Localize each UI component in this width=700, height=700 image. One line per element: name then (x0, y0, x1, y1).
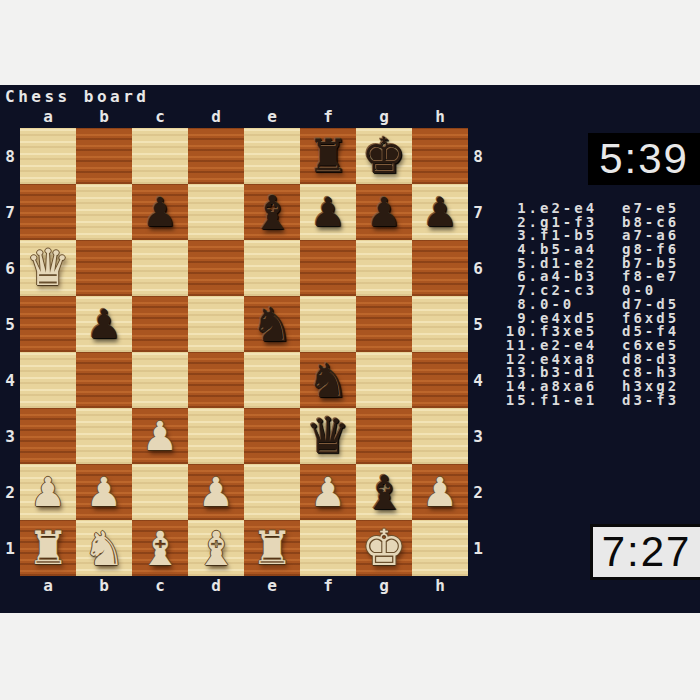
page-title: Chess board (5, 87, 149, 106)
black-queen: ♛ (306, 411, 351, 461)
square-f3[interactable]: ♛ (300, 408, 356, 464)
white-clock: 7:27 (590, 524, 700, 580)
file-label-a: a (20, 576, 76, 597)
black-bishop: ♝ (251, 189, 293, 236)
file-label-e: e (244, 107, 300, 128)
white-bishop: ♝ (195, 525, 237, 572)
square-g6[interactable] (356, 240, 412, 296)
square-f8[interactable]: ♜ (300, 128, 356, 184)
chess-board: ♜♚♟♝♟♟♟♛♟♞♞♟♛♟♟♟♟♝♟♜♞♝♝♜♚ (20, 128, 468, 576)
rank-label-5: 5 (468, 296, 488, 352)
square-d4[interactable] (188, 352, 244, 408)
square-g3[interactable] (356, 408, 412, 464)
rank-label-7: 7 (0, 184, 20, 240)
black-bishop: ♝ (363, 469, 405, 516)
rank-label-1: 1 (468, 520, 488, 576)
file-label-b: b (76, 576, 132, 597)
black-pawn: ♟ (366, 192, 402, 232)
rank-label-2: 2 (0, 464, 20, 520)
file-label-g: g (356, 576, 412, 597)
file-label-a: a (20, 107, 76, 128)
file-labels-top: abcdefgh (20, 107, 488, 128)
black-pawn: ♟ (310, 192, 346, 232)
black-move: d3-f3 (622, 394, 698, 408)
rank-label-5: 5 (0, 296, 20, 352)
white-rook: ♜ (27, 525, 68, 571)
file-label-d: d (188, 107, 244, 128)
file-label-e: e (244, 576, 300, 597)
square-d3[interactable] (188, 408, 244, 464)
square-b8[interactable] (76, 128, 132, 184)
square-a5[interactable] (20, 296, 76, 352)
square-e3[interactable] (244, 408, 300, 464)
square-c3[interactable]: ♟ (132, 408, 188, 464)
black-clock: 5:39 (588, 133, 700, 185)
rank-labels-right: 87654321 (468, 128, 488, 576)
black-pawn: ♟ (142, 192, 178, 232)
file-label-f: f (300, 576, 356, 597)
square-b1[interactable]: ♞ (76, 520, 132, 576)
square-h8[interactable] (412, 128, 468, 184)
file-labels-bottom: abcdefgh (20, 576, 488, 597)
square-a7[interactable] (20, 184, 76, 240)
square-c1[interactable]: ♝ (132, 520, 188, 576)
square-e4[interactable] (244, 352, 300, 408)
white-pawn: ♟ (30, 472, 66, 512)
white-bishop: ♝ (139, 525, 181, 572)
chess-program-screen: Chess board abcdefgh 87654321 ♜♚♟♝♟♟♟♛♟♞… (0, 85, 700, 613)
move-number: 15. (502, 394, 540, 408)
square-h1[interactable] (412, 520, 468, 576)
rank-label-8: 8 (0, 128, 20, 184)
white-move: f1-e1 (540, 394, 622, 408)
square-a1[interactable]: ♜ (20, 520, 76, 576)
square-h3[interactable] (412, 408, 468, 464)
square-d5[interactable] (188, 296, 244, 352)
file-label-d: d (188, 576, 244, 597)
square-e2[interactable] (244, 464, 300, 520)
file-label-g: g (356, 107, 412, 128)
black-pawn: ♟ (86, 304, 122, 344)
square-e8[interactable] (244, 128, 300, 184)
white-knight: ♞ (83, 525, 125, 572)
square-d2[interactable]: ♟ (188, 464, 244, 520)
square-b7[interactable] (76, 184, 132, 240)
square-b5[interactable]: ♟ (76, 296, 132, 352)
file-label-c: c (132, 576, 188, 597)
square-h6[interactable] (412, 240, 468, 296)
square-d1[interactable]: ♝ (188, 520, 244, 576)
square-g5[interactable] (356, 296, 412, 352)
square-f7[interactable]: ♟ (300, 184, 356, 240)
square-g7[interactable]: ♟ (356, 184, 412, 240)
file-label-f: f (300, 107, 356, 128)
square-e7[interactable]: ♝ (244, 184, 300, 240)
square-a6[interactable]: ♛ (20, 240, 76, 296)
square-a3[interactable] (20, 408, 76, 464)
square-b6[interactable] (76, 240, 132, 296)
square-d8[interactable] (188, 128, 244, 184)
rank-label-7: 7 (468, 184, 488, 240)
square-c4[interactable] (132, 352, 188, 408)
square-e6[interactable] (244, 240, 300, 296)
file-label-h: h (412, 107, 468, 128)
rank-label-6: 6 (0, 240, 20, 296)
square-g2[interactable]: ♝ (356, 464, 412, 520)
black-knight: ♞ (251, 301, 293, 348)
rank-label-2: 2 (468, 464, 488, 520)
square-b2[interactable]: ♟ (76, 464, 132, 520)
square-a2[interactable]: ♟ (20, 464, 76, 520)
square-h2[interactable]: ♟ (412, 464, 468, 520)
rank-labels-left: 87654321 (0, 128, 20, 576)
square-d7[interactable] (188, 184, 244, 240)
square-f6[interactable] (300, 240, 356, 296)
square-h5[interactable] (412, 296, 468, 352)
square-e5[interactable]: ♞ (244, 296, 300, 352)
rank-label-4: 4 (468, 352, 488, 408)
white-pawn: ♟ (198, 472, 234, 512)
square-f1[interactable] (300, 520, 356, 576)
square-f5[interactable] (300, 296, 356, 352)
white-king: ♚ (362, 523, 407, 573)
file-label-h: h (412, 576, 468, 597)
rank-label-3: 3 (468, 408, 488, 464)
black-king: ♚ (362, 131, 407, 181)
white-queen: ♛ (26, 243, 71, 293)
square-g1[interactable]: ♚ (356, 520, 412, 576)
square-c5[interactable] (132, 296, 188, 352)
app-window: Chess board abcdefgh 87654321 ♜♚♟♝♟♟♟♛♟♞… (0, 0, 700, 700)
square-e1[interactable]: ♜ (244, 520, 300, 576)
file-label-c: c (132, 107, 188, 128)
square-g4[interactable] (356, 352, 412, 408)
square-c7[interactable]: ♟ (132, 184, 188, 240)
rank-label-8: 8 (468, 128, 488, 184)
black-pawn: ♟ (422, 192, 458, 232)
rank-label-1: 1 (0, 520, 20, 576)
square-a8[interactable] (20, 128, 76, 184)
square-h4[interactable] (412, 352, 468, 408)
black-rook: ♜ (307, 133, 348, 179)
white-pawn: ♟ (142, 416, 178, 456)
chess-board-frame: abcdefgh 87654321 ♜♚♟♝♟♟♟♛♟♞♞♟♛♟♟♟♟♝♟♜♞♝… (0, 107, 488, 597)
square-f2[interactable]: ♟ (300, 464, 356, 520)
white-pawn: ♟ (86, 472, 122, 512)
white-pawn: ♟ (422, 472, 458, 512)
rank-label-3: 3 (0, 408, 20, 464)
square-c8[interactable] (132, 128, 188, 184)
square-d6[interactable] (188, 240, 244, 296)
file-label-b: b (76, 107, 132, 128)
square-a4[interactable] (20, 352, 76, 408)
square-c2[interactable] (132, 464, 188, 520)
move-row-15: 15.f1-e1d3-f3 (502, 394, 698, 408)
white-rook: ♜ (251, 525, 292, 571)
square-h7[interactable]: ♟ (412, 184, 468, 240)
square-g8[interactable]: ♚ (356, 128, 412, 184)
square-c6[interactable] (132, 240, 188, 296)
square-f4[interactable]: ♞ (300, 352, 356, 408)
rank-label-4: 4 (0, 352, 20, 408)
move-list: 1.e2-e4e7-e52.g1-f3b8-c63.f1-b5a7-a64.b5… (502, 202, 698, 407)
square-b4[interactable] (76, 352, 132, 408)
rank-label-6: 6 (468, 240, 488, 296)
square-b3[interactable] (76, 408, 132, 464)
white-pawn: ♟ (310, 472, 346, 512)
black-knight: ♞ (307, 357, 349, 404)
